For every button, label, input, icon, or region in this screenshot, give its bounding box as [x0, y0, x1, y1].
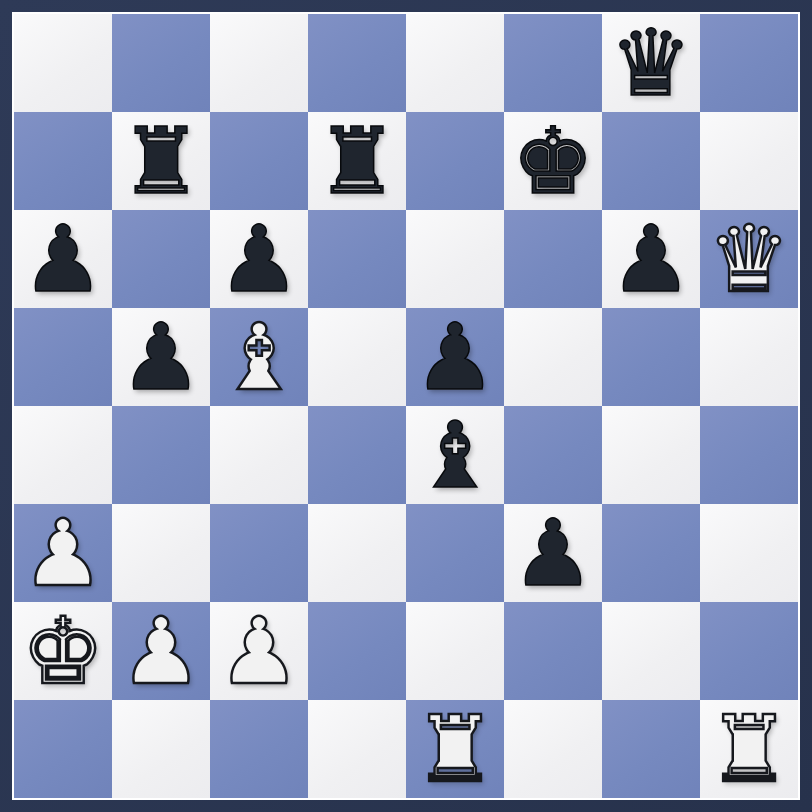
black-rook-d7[interactable]: ♜ — [316, 116, 398, 208]
square-a7[interactable] — [14, 112, 112, 210]
square-b3[interactable] — [112, 504, 210, 602]
square-c5[interactable]: ♝ — [210, 308, 308, 406]
square-d2[interactable] — [308, 602, 406, 700]
square-b6[interactable] — [112, 210, 210, 308]
square-h4[interactable] — [700, 406, 798, 504]
square-e1[interactable]: ♜ — [406, 700, 504, 798]
square-a8[interactable] — [14, 14, 112, 112]
chess-board-frame: ♛♜♜♚♟♟♟♛♟♝♟♝♟♟♚♟♟♜♜ — [0, 0, 812, 812]
square-d5[interactable] — [308, 308, 406, 406]
black-pawn-a6[interactable]: ♟ — [22, 214, 104, 306]
square-d3[interactable] — [308, 504, 406, 602]
square-g8[interactable]: ♛ — [602, 14, 700, 112]
square-e2[interactable] — [406, 602, 504, 700]
square-d4[interactable] — [308, 406, 406, 504]
square-a3[interactable]: ♟ — [14, 504, 112, 602]
black-bishop-e4[interactable]: ♝ — [414, 410, 496, 502]
square-g6[interactable]: ♟ — [602, 210, 700, 308]
square-b8[interactable] — [112, 14, 210, 112]
white-pawn-b2[interactable]: ♟ — [120, 606, 202, 698]
square-h7[interactable] — [700, 112, 798, 210]
square-f5[interactable] — [504, 308, 602, 406]
white-pawn-c2[interactable]: ♟ — [218, 606, 300, 698]
square-c7[interactable] — [210, 112, 308, 210]
square-e3[interactable] — [406, 504, 504, 602]
square-f1[interactable] — [504, 700, 602, 798]
black-queen-g8[interactable]: ♛ — [610, 18, 692, 110]
square-a6[interactable]: ♟ — [14, 210, 112, 308]
square-c4[interactable] — [210, 406, 308, 504]
square-h3[interactable] — [700, 504, 798, 602]
square-g3[interactable] — [602, 504, 700, 602]
square-d1[interactable] — [308, 700, 406, 798]
square-h2[interactable] — [700, 602, 798, 700]
black-king-f7[interactable]: ♚ — [512, 116, 594, 208]
chess-board[interactable]: ♛♜♜♚♟♟♟♛♟♝♟♝♟♟♚♟♟♜♜ — [14, 14, 798, 798]
black-pawn-e5[interactable]: ♟ — [414, 312, 496, 404]
square-d6[interactable] — [308, 210, 406, 308]
white-rook-e1[interactable]: ♜ — [414, 704, 496, 796]
square-c3[interactable] — [210, 504, 308, 602]
square-f2[interactable] — [504, 602, 602, 700]
square-g1[interactable] — [602, 700, 700, 798]
square-f6[interactable] — [504, 210, 602, 308]
white-bishop-c5[interactable]: ♝ — [218, 312, 300, 404]
square-b5[interactable]: ♟ — [112, 308, 210, 406]
square-c2[interactable]: ♟ — [210, 602, 308, 700]
black-pawn-g6[interactable]: ♟ — [610, 214, 692, 306]
square-g5[interactable] — [602, 308, 700, 406]
square-h8[interactable] — [700, 14, 798, 112]
square-e5[interactable]: ♟ — [406, 308, 504, 406]
square-f7[interactable]: ♚ — [504, 112, 602, 210]
board-inner-line: ♛♜♜♚♟♟♟♛♟♝♟♝♟♟♚♟♟♜♜ — [12, 12, 800, 800]
black-pawn-b5[interactable]: ♟ — [120, 312, 202, 404]
square-h6[interactable]: ♛ — [700, 210, 798, 308]
square-a2[interactable]: ♚ — [14, 602, 112, 700]
square-d7[interactable]: ♜ — [308, 112, 406, 210]
square-e4[interactable]: ♝ — [406, 406, 504, 504]
square-a1[interactable] — [14, 700, 112, 798]
square-g4[interactable] — [602, 406, 700, 504]
square-b7[interactable]: ♜ — [112, 112, 210, 210]
square-c6[interactable]: ♟ — [210, 210, 308, 308]
white-king-a2[interactable]: ♚ — [22, 606, 104, 698]
square-h5[interactable] — [700, 308, 798, 406]
square-b4[interactable] — [112, 406, 210, 504]
square-h1[interactable]: ♜ — [700, 700, 798, 798]
black-pawn-f3[interactable]: ♟ — [512, 508, 594, 600]
square-b2[interactable]: ♟ — [112, 602, 210, 700]
square-c8[interactable] — [210, 14, 308, 112]
square-f8[interactable] — [504, 14, 602, 112]
square-e6[interactable] — [406, 210, 504, 308]
black-rook-b7[interactable]: ♜ — [120, 116, 202, 208]
square-e8[interactable] — [406, 14, 504, 112]
square-d8[interactable] — [308, 14, 406, 112]
square-c1[interactable] — [210, 700, 308, 798]
square-g2[interactable] — [602, 602, 700, 700]
square-f4[interactable] — [504, 406, 602, 504]
square-e7[interactable] — [406, 112, 504, 210]
square-g7[interactable] — [602, 112, 700, 210]
black-pawn-c6[interactable]: ♟ — [218, 214, 300, 306]
white-queen-h6[interactable]: ♛ — [708, 214, 790, 306]
white-rook-h1[interactable]: ♜ — [708, 704, 790, 796]
white-pawn-a3[interactable]: ♟ — [22, 508, 104, 600]
square-b1[interactable] — [112, 700, 210, 798]
square-a4[interactable] — [14, 406, 112, 504]
square-f3[interactable]: ♟ — [504, 504, 602, 602]
square-a5[interactable] — [14, 308, 112, 406]
